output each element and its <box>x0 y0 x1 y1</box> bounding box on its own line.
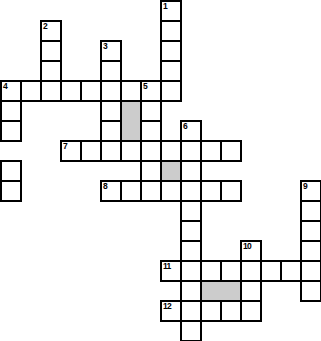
crossword-cell-r15c11[interactable] <box>220 300 242 322</box>
crossword-cell-r7c9[interactable] <box>180 140 202 162</box>
crossword-cell-r12c9[interactable] <box>180 240 202 262</box>
crossword-cell-r7c6[interactable] <box>120 140 142 162</box>
crossword-cell-r7c5[interactable] <box>100 140 122 162</box>
crossword-cell-r14c12[interactable] <box>240 280 262 302</box>
crossword-cell-r4c1[interactable] <box>20 80 42 102</box>
crossword-cell-r8c7[interactable] <box>140 160 162 182</box>
crossword-cell-r7c10[interactable] <box>200 140 222 162</box>
crossword-cell-r9c15[interactable]: 9 <box>300 180 321 202</box>
crossword-cell-r9c11[interactable] <box>220 180 242 202</box>
crossword-cell-r2c5[interactable]: 3 <box>100 40 122 62</box>
crossword-cell-r9c5[interactable]: 8 <box>100 180 122 202</box>
clue-number-9: 9 <box>303 182 307 191</box>
clue-number-10: 10 <box>243 242 251 251</box>
crossword-cell-r13c14[interactable] <box>280 260 302 282</box>
crossword-cell-r16c9[interactable] <box>180 320 202 341</box>
shaded-block <box>160 160 182 182</box>
crossword-cell-r15c9[interactable] <box>180 300 202 322</box>
crossword-cell-r15c8[interactable]: 12 <box>160 300 182 322</box>
clue-number-5: 5 <box>143 82 147 91</box>
crossword-cell-r6c7[interactable] <box>140 120 162 142</box>
crossword-cell-r13c13[interactable] <box>260 260 282 282</box>
crossword-cell-r13c10[interactable] <box>200 260 222 282</box>
crossword-cell-r9c10[interactable] <box>200 180 222 202</box>
crossword-cell-r2c2[interactable] <box>40 40 62 62</box>
clue-number-3: 3 <box>103 42 107 51</box>
crossword-cell-r11c9[interactable] <box>180 220 202 242</box>
crossword-cell-r8c9[interactable] <box>180 160 202 182</box>
clue-number-7: 7 <box>63 142 67 151</box>
crossword-cell-r6c9[interactable]: 6 <box>180 120 202 142</box>
crossword-cell-r4c7[interactable]: 5 <box>140 80 162 102</box>
crossword-cell-r6c5[interactable] <box>100 120 122 142</box>
crossword-cell-r5c7[interactable] <box>140 100 162 122</box>
crossword-cell-r0c8[interactable]: 1 <box>160 0 182 22</box>
crossword-cell-r13c8[interactable]: 11 <box>160 260 182 282</box>
crossword-cell-r13c11[interactable] <box>220 260 242 282</box>
crossword-cell-r3c5[interactable] <box>100 60 122 82</box>
clue-number-12: 12 <box>163 302 171 311</box>
crossword-cell-r10c9[interactable] <box>180 200 202 222</box>
crossword-cell-r4c6[interactable] <box>120 80 142 102</box>
crossword-cell-r3c8[interactable] <box>160 60 182 82</box>
clue-number-11: 11 <box>163 262 171 271</box>
crossword-cell-r7c7[interactable] <box>140 140 162 162</box>
crossword-cell-r10c15[interactable] <box>300 200 321 222</box>
crossword-cell-r5c0[interactable] <box>0 100 22 122</box>
crossword-cell-r11c15[interactable] <box>300 220 321 242</box>
crossword-cell-r15c10[interactable] <box>200 300 222 322</box>
crossword-cell-r9c0[interactable] <box>0 180 22 202</box>
crossword-cell-r12c12[interactable]: 10 <box>240 240 262 262</box>
crossword-cell-r13c15[interactable] <box>300 260 321 282</box>
clue-number-8: 8 <box>103 182 107 191</box>
crossword-cell-r9c9[interactable] <box>180 180 202 202</box>
crossword-cell-r4c5[interactable] <box>100 80 122 102</box>
crossword-cell-r12c15[interactable] <box>300 240 321 262</box>
crossword-cell-r9c6[interactable] <box>120 180 142 202</box>
crossword-cell-r1c2[interactable]: 2 <box>40 20 62 42</box>
crossword-cell-r4c3[interactable] <box>60 80 82 102</box>
crossword-cell-r6c0[interactable] <box>0 120 22 142</box>
crossword-cell-r8c0[interactable] <box>0 160 22 182</box>
crossword-cell-r3c2[interactable] <box>40 60 62 82</box>
crossword-cell-r15c12[interactable] <box>240 300 262 322</box>
crossword-cell-r4c4[interactable] <box>80 80 102 102</box>
clue-number-6: 6 <box>183 122 187 131</box>
crossword-cell-r4c8[interactable] <box>160 80 182 102</box>
crossword-board: 123456789101112 <box>0 0 321 341</box>
crossword-cell-r13c12[interactable] <box>240 260 262 282</box>
crossword-cell-r14c15[interactable] <box>300 280 321 302</box>
clue-number-4: 4 <box>3 82 7 91</box>
shaded-block <box>200 280 242 302</box>
crossword-cell-r7c8[interactable] <box>160 140 182 162</box>
clue-number-1: 1 <box>163 2 167 11</box>
crossword-cell-r7c11[interactable] <box>220 140 242 162</box>
crossword-cell-r13c9[interactable] <box>180 260 202 282</box>
crossword-cell-r9c8[interactable] <box>160 180 182 202</box>
crossword-cell-r7c4[interactable] <box>80 140 102 162</box>
crossword-cell-r5c5[interactable] <box>100 100 122 122</box>
crossword-cell-r9c7[interactable] <box>140 180 162 202</box>
crossword-cell-r4c0[interactable]: 4 <box>0 80 22 102</box>
crossword-cell-r2c8[interactable] <box>160 40 182 62</box>
crossword-cell-r7c3[interactable]: 7 <box>60 140 82 162</box>
crossword-cell-r4c2[interactable] <box>40 80 62 102</box>
crossword-cell-r14c9[interactable] <box>180 280 202 302</box>
clue-number-2: 2 <box>43 22 47 31</box>
shaded-block <box>120 100 142 142</box>
crossword-cell-r1c8[interactable] <box>160 20 182 42</box>
